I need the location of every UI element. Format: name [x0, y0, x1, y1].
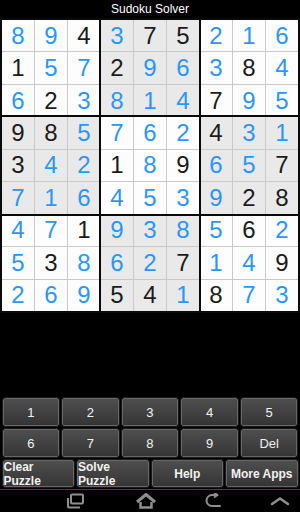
- cell-r5c7[interactable]: 6: [200, 150, 232, 181]
- cell-r3c7[interactable]: 7: [200, 85, 232, 116]
- key-4-button[interactable]: 4: [181, 398, 238, 426]
- cell-r7c7[interactable]: 5: [200, 215, 232, 246]
- cell-r4c8[interactable]: 3: [233, 117, 265, 148]
- cell-r4c1[interactable]: 9: [2, 117, 34, 148]
- cell-r6c9[interactable]: 8: [266, 182, 298, 213]
- cell-r1c6[interactable]: 5: [167, 20, 199, 51]
- cell-r7c8[interactable]: 6: [233, 215, 265, 246]
- cell-r3c6[interactable]: 4: [167, 85, 199, 116]
- key-5-button[interactable]: 5: [241, 398, 298, 426]
- block-divider-vertical-1: [99, 18, 101, 313]
- cell-r5c2[interactable]: 4: [35, 150, 67, 181]
- key-2-button[interactable]: 2: [62, 398, 119, 426]
- android-nav-bar: [0, 489, 300, 512]
- cell-r2c6[interactable]: 6: [167, 52, 199, 83]
- cell-r8c1[interactable]: 5: [2, 247, 34, 278]
- back-icon[interactable]: [201, 492, 225, 510]
- cell-r2c2[interactable]: 5: [35, 52, 67, 83]
- cell-r9c2[interactable]: 6: [35, 280, 67, 311]
- cell-r3c3[interactable]: 3: [68, 85, 100, 116]
- cell-r4c5[interactable]: 6: [134, 117, 166, 148]
- cell-r4c3[interactable]: 5: [68, 117, 100, 148]
- cell-r5c5[interactable]: 8: [134, 150, 166, 181]
- cell-r8c8[interactable]: 4: [233, 247, 265, 278]
- cell-r1c7[interactable]: 2: [200, 20, 232, 51]
- cell-r5c9[interactable]: 7: [266, 150, 298, 181]
- action-bar: Clear Puzzle Solve Puzzle Help More Apps: [1, 460, 299, 487]
- cell-r8c4[interactable]: 6: [101, 247, 133, 278]
- cell-r3c9[interactable]: 5: [266, 85, 298, 116]
- cell-r9c1[interactable]: 2: [2, 280, 34, 311]
- clear-puzzle-button[interactable]: Clear Puzzle: [3, 460, 75, 487]
- cell-r2c9[interactable]: 4: [266, 52, 298, 83]
- cell-r8c9[interactable]: 9: [266, 247, 298, 278]
- chevron-up-icon[interactable]: [268, 492, 292, 510]
- key-7-button[interactable]: 7: [62, 429, 119, 457]
- cell-r1c1[interactable]: 8: [2, 20, 34, 51]
- cell-r5c3[interactable]: 2: [68, 150, 100, 181]
- key-6-button[interactable]: 6: [3, 429, 60, 457]
- board-wrap: 8943752161572963846238147959857624313421…: [0, 18, 300, 313]
- cell-r2c5[interactable]: 9: [134, 52, 166, 83]
- empty-area: [0, 313, 300, 396]
- cell-r1c2[interactable]: 9: [35, 20, 67, 51]
- cell-r2c1[interactable]: 1: [2, 52, 34, 83]
- cell-r8c2[interactable]: 3: [35, 247, 67, 278]
- key-1-button[interactable]: 1: [3, 398, 60, 426]
- cell-r7c1[interactable]: 4: [2, 215, 34, 246]
- cell-r9c5[interactable]: 4: [134, 280, 166, 311]
- cell-r7c4[interactable]: 9: [101, 215, 133, 246]
- cell-r8c7[interactable]: 1: [200, 247, 232, 278]
- cell-r6c6[interactable]: 3: [167, 182, 199, 213]
- cell-r8c6[interactable]: 7: [167, 247, 199, 278]
- sudoku-board: 8943752161572963846238147959857624313421…: [0, 18, 300, 313]
- cell-r3c1[interactable]: 6: [2, 85, 34, 116]
- cell-r9c3[interactable]: 9: [68, 280, 100, 311]
- cell-r7c3[interactable]: 1: [68, 215, 100, 246]
- cell-r4c2[interactable]: 8: [35, 117, 67, 148]
- cell-r3c2[interactable]: 2: [35, 85, 67, 116]
- cell-r9c4[interactable]: 5: [101, 280, 133, 311]
- app-screen: Sudoku Solver 89437521615729638462381479…: [0, 0, 300, 512]
- cell-r6c4[interactable]: 4: [101, 182, 133, 213]
- key-del-button[interactable]: Del: [241, 429, 298, 457]
- help-button[interactable]: Help: [152, 460, 224, 487]
- cell-r1c3[interactable]: 4: [68, 20, 100, 51]
- cell-r6c1[interactable]: 7: [2, 182, 34, 213]
- cell-r9c6[interactable]: 1: [167, 280, 199, 311]
- cell-r5c8[interactable]: 5: [233, 150, 265, 181]
- solve-puzzle-button[interactable]: Solve Puzzle: [77, 460, 149, 487]
- cell-r5c6[interactable]: 9: [167, 150, 199, 181]
- cell-r6c8[interactable]: 2: [233, 182, 265, 213]
- cell-r3c5[interactable]: 1: [134, 85, 166, 116]
- cell-r7c9[interactable]: 2: [266, 215, 298, 246]
- cell-r7c5[interactable]: 3: [134, 215, 166, 246]
- keypad-row-1: 1 2 3 4 5: [1, 398, 299, 426]
- cell-r1c8[interactable]: 1: [233, 20, 265, 51]
- title-bar: Sudoku Solver: [0, 0, 300, 18]
- cell-r6c7[interactable]: 9: [200, 182, 232, 213]
- cell-r4c7[interactable]: 4: [200, 117, 232, 148]
- cell-r6c5[interactable]: 5: [134, 182, 166, 213]
- cell-r1c9[interactable]: 6: [266, 20, 298, 51]
- key-9-button[interactable]: 9: [181, 429, 238, 457]
- cell-r1c4[interactable]: 3: [101, 20, 133, 51]
- cell-r9c8[interactable]: 7: [233, 280, 265, 311]
- cell-r2c4[interactable]: 2: [101, 52, 133, 83]
- key-8-button[interactable]: 8: [122, 429, 179, 457]
- cell-r9c9[interactable]: 3: [266, 280, 298, 311]
- recents-icon[interactable]: [63, 492, 87, 510]
- key-3-button[interactable]: 3: [122, 398, 179, 426]
- keypad-row-2: 6 7 8 9 Del: [1, 429, 299, 457]
- cell-r7c6[interactable]: 8: [167, 215, 199, 246]
- cell-r1c5[interactable]: 7: [134, 20, 166, 51]
- cell-r7c2[interactable]: 7: [35, 215, 67, 246]
- cell-r2c7[interactable]: 3: [200, 52, 232, 83]
- cell-r5c4[interactable]: 1: [101, 150, 133, 181]
- cell-r5c1[interactable]: 3: [2, 150, 34, 181]
- cell-r2c8[interactable]: 8: [233, 52, 265, 83]
- home-icon[interactable]: [134, 492, 158, 510]
- cell-r3c4[interactable]: 8: [101, 85, 133, 116]
- more-apps-button[interactable]: More Apps: [226, 460, 298, 487]
- cell-r4c6[interactable]: 2: [167, 117, 199, 148]
- cell-r8c5[interactable]: 2: [134, 247, 166, 278]
- cell-r3c8[interactable]: 9: [233, 85, 265, 116]
- keypad: 1 2 3 4 5 6 7 8 9 Del Clear Puzzle Solve…: [0, 396, 300, 489]
- cell-r4c4[interactable]: 7: [101, 117, 133, 148]
- block-divider-vertical-2: [199, 18, 201, 313]
- cell-r8c3[interactable]: 8: [68, 247, 100, 278]
- cell-r9c7[interactable]: 8: [200, 280, 232, 311]
- cell-r4c9[interactable]: 1: [266, 117, 298, 148]
- app-title: Sudoku Solver: [111, 2, 189, 16]
- block-divider-horizontal-1: [0, 115, 300, 117]
- cell-r6c3[interactable]: 6: [68, 182, 100, 213]
- cell-r6c2[interactable]: 1: [35, 182, 67, 213]
- block-divider-horizontal-2: [0, 214, 300, 216]
- cell-r2c3[interactable]: 7: [68, 52, 100, 83]
